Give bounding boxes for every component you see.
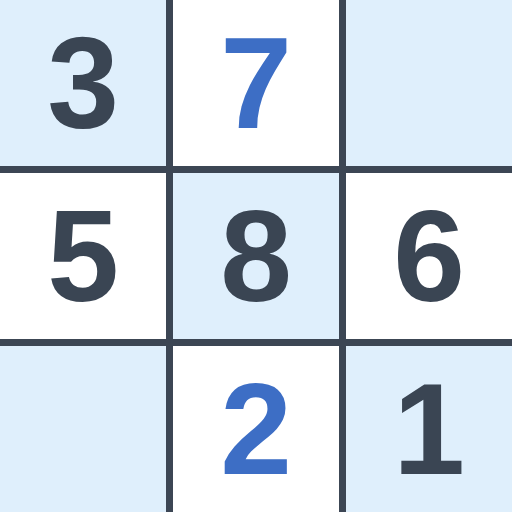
sudoku-cell-r0c1[interactable]: 7 xyxy=(173,0,339,166)
sudoku-cell-r1c1[interactable]: 8 xyxy=(173,173,339,339)
sudoku-cell-r2c1[interactable]: 2 xyxy=(173,346,339,512)
entered-digit: 2 xyxy=(220,365,292,494)
sudoku-cell-r2c2[interactable]: 1 xyxy=(346,346,512,512)
sudoku-cell-r0c0[interactable]: 3 xyxy=(0,0,166,166)
sudoku-board: 3758621 xyxy=(0,0,512,512)
entered-digit: 7 xyxy=(220,19,292,148)
given-digit: 3 xyxy=(47,19,119,148)
given-digit: 1 xyxy=(393,365,465,494)
given-digit: 6 xyxy=(393,192,465,321)
sudoku-cell-r1c2[interactable]: 6 xyxy=(346,173,512,339)
given-digit: 8 xyxy=(220,192,292,321)
sudoku-cell-r1c0[interactable]: 5 xyxy=(0,173,166,339)
sudoku-cell-r2c0[interactable] xyxy=(0,346,166,512)
given-digit: 5 xyxy=(47,192,119,321)
sudoku-cell-r0c2[interactable] xyxy=(346,0,512,166)
